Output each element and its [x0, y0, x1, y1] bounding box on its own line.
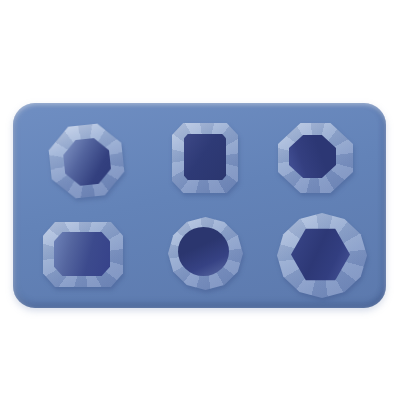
- mold-cavity: [54, 232, 110, 276]
- mold-bottom-left-emerald-rectangle-gem: [43, 222, 123, 287]
- mold-bottom-center-round-brilliant-gem: [168, 217, 243, 290]
- mold-top-right-octagon-gem: [278, 123, 353, 193]
- mold-top-center-cushion-square-gem: [172, 123, 238, 193]
- product-photo: [0, 0, 400, 400]
- mold-cavity: [178, 227, 229, 276]
- ice-cube-tray: [13, 103, 386, 308]
- mold-cavity: [184, 134, 226, 180]
- mold-bottom-right-hexagon-gem: [277, 213, 367, 298]
- mold-top-left-octagon-gem: [46, 121, 126, 200]
